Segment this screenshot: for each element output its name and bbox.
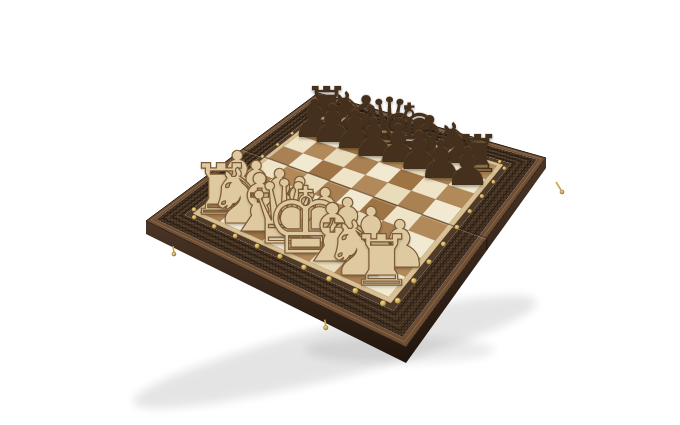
- latch-pin-stem: [173, 246, 174, 252]
- brass-stud: [502, 166, 506, 170]
- brass-stud: [468, 209, 473, 214]
- latch-pin: [324, 325, 328, 329]
- latch-pin-stem: [556, 182, 561, 190]
- latch-pin-stem: [325, 320, 326, 326]
- latch-pin: [560, 190, 564, 194]
- brass-stud: [441, 242, 446, 247]
- piece-black-pawn[interactable]: ♟: [444, 141, 491, 194]
- brass-stud: [455, 225, 460, 230]
- product-photo-stage: ♜♞♝♛♚♝♞♜♟♟♟♟♟♟♟♟♟♟♟♟♟♟♟♟♜♞♝♛♚♝♞♜: [0, 0, 680, 425]
- brass-stud: [276, 143, 279, 146]
- piece-white-rook[interactable]: ♜: [350, 225, 413, 296]
- latch-pin: [172, 252, 176, 256]
